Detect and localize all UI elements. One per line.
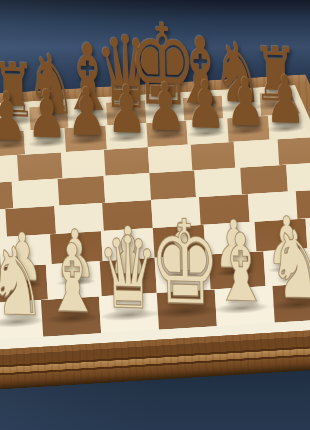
piece-black-pawn: ♟ — [262, 67, 308, 134]
square-d5 — [103, 173, 150, 203]
square-a6 — [0, 155, 19, 184]
square-c5 — [57, 176, 104, 206]
square-f6 — [191, 142, 236, 171]
square-c6 — [61, 150, 106, 179]
square-b5 — [12, 179, 59, 209]
chess-board: ♜♞♝♛♚♝♞♜♟♟♟♟♟♟♟♟♟♟♟♟♟♟♟♟♜♞♝♛♚♝♞♜ — [0, 0, 310, 430]
square-d6 — [104, 147, 149, 176]
square-f5 — [195, 167, 242, 197]
piece-white-knight: ♞ — [264, 217, 310, 313]
square-h6 — [277, 137, 310, 166]
square-b6 — [17, 152, 62, 181]
square-h5 — [286, 162, 310, 192]
photo-scene: ♜♞♝♛♚♝♞♜♟♟♟♟♟♟♟♟♟♟♟♟♟♟♟♟♜♞♝♛♚♝♞♜ — [0, 0, 310, 430]
square-g6 — [234, 139, 279, 168]
square-g5 — [241, 165, 288, 195]
board-pieces: ♜♞♝♛♚♝♞♜♟♟♟♟♟♟♟♟♟♟♟♟♟♟♟♟♜♞♝♛♚♝♞♜ — [0, 0, 297, 10]
square-e6 — [147, 144, 192, 173]
